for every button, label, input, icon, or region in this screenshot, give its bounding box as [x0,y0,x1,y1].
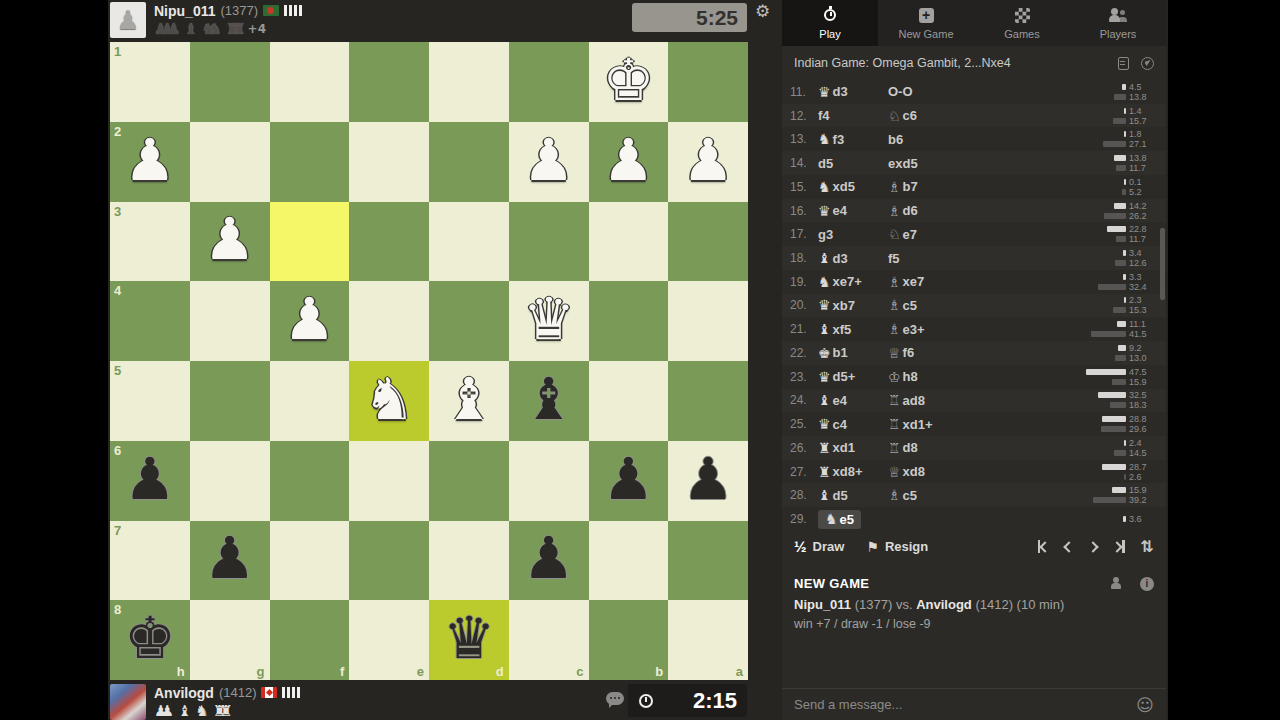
w-time-bar [1098,392,1126,398]
chess-board[interactable]: 1♚2♟♟♟♟3♟4♟♛5♞♝♝6♟♟♟7♟♟8h♚gfed♛cba [110,42,748,680]
black-move[interactable]: ♗c5 [888,298,978,313]
move-row-15[interactable]: 15.♞xd5♗b70.15.2 [782,175,1166,199]
move-row-23[interactable]: 23.♛d5+♔h847.515.9 [782,365,1166,389]
white-move[interactable]: ♛c4 [818,417,866,432]
time-seconds: 26.2 [1129,211,1152,221]
move-number: 13. [790,132,818,146]
time-seconds: 27.1 [1129,139,1152,149]
time-seconds: 41.5 [1129,329,1152,339]
file-label: d [496,664,504,679]
move-times: 32.518.3 [1098,391,1166,409]
black-move[interactable]: b6 [888,132,978,147]
white-move[interactable]: ♞xe7+ [818,274,866,289]
move-number: 15. [790,180,818,194]
square-h5[interactable]: 5 [110,361,190,441]
move-text: d5 [818,156,833,171]
move-number: 26. [790,441,818,455]
w-q-move-icon: ♛ [818,417,831,431]
b-time-bar [1113,118,1126,124]
white-move[interactable]: g3 [818,227,866,242]
white-king-b1[interactable]: ♚ [602,51,654,109]
b-time-bar [1116,236,1126,242]
move-number: 16. [790,204,818,218]
move-number: 29. [790,512,818,526]
players-icon [1108,8,1128,22]
black-player-name: Anvilogd [916,597,972,612]
w-time-bar [1086,369,1126,375]
square-c8[interactable]: c [509,600,589,680]
move-number: 25. [790,417,818,431]
move-text: exd5 [888,156,918,171]
white-move[interactable]: ♞xd5 [818,179,866,194]
white-move[interactable]: f4 [818,108,866,123]
square-g1[interactable] [190,42,270,122]
b-b-move-icon: ♗ [888,204,901,218]
white-move[interactable]: ♛xb7 [818,298,866,313]
square-g5[interactable] [190,361,270,441]
white-move[interactable]: ♚b1 [818,345,866,360]
black-pawn-g7[interactable]: ♟ [204,529,256,587]
top-player-name[interactable]: Nipu_011 [154,3,215,19]
opening-book-icon[interactable] [1118,57,1129,70]
square-c1[interactable] [509,42,589,122]
next-move-button[interactable] [1089,543,1097,551]
square-a8[interactable]: a [668,600,748,680]
time-seconds: 13.8 [1129,92,1152,102]
black-move[interactable]: ♕f6 [888,345,978,360]
square-f6[interactable] [270,441,350,521]
move-row-14[interactable]: 14.d5exd513.811.7 [782,151,1166,175]
move-number: 22. [790,346,818,360]
move-text: xd8 [903,464,925,479]
rank-label: 6 [114,443,121,458]
move-number: 27. [790,465,818,479]
white-pawn-f4[interactable]: ♟ [283,290,335,348]
b-r-move-icon: ♖ [888,417,901,431]
file-label: a [736,664,743,679]
games-grid-icon [1015,8,1030,23]
black-move[interactable]: ♕xd8 [888,464,978,479]
game-controls: ½ Draw ⚑ Resign ⇅ [782,531,1166,562]
square-g8[interactable]: g [190,600,270,680]
bottom-player-rating: (1412) [219,685,257,700]
move-text: e4 [833,393,847,408]
square-a3[interactable] [668,202,748,282]
move-row-21[interactable]: 21.♝xf5♗e3+11.141.5 [782,317,1166,341]
square-c2[interactable]: ♟ [509,122,589,202]
movelist-scrollbar[interactable] [1160,228,1165,300]
square-f3[interactable] [270,202,350,282]
move-text: d3 [833,251,848,266]
white-pawn-g3[interactable]: ♟ [204,210,256,268]
black-move[interactable]: ♗c5 [888,488,978,503]
move-text: e7 [903,227,917,242]
square-e6[interactable] [349,441,429,521]
file-label: e [417,664,424,679]
b-time-bar [1122,189,1126,195]
captured-p-group: ♟♟ [154,702,178,720]
b-q-move-icon: ♕ [888,346,901,360]
move-text: d6 [903,203,918,218]
b-time-bar [1116,165,1126,171]
rank-label: 5 [114,363,121,378]
move-row-25[interactable]: 25.♛c4♖xd1+28.829.6 [782,412,1166,436]
square-h1[interactable]: 1 [110,42,190,122]
move-text: xb7 [833,298,855,313]
bottom-player-bar: Anvilogd (1412) ♟♟♝♞♜♜ 2:15 [110,682,750,720]
move-text: xd1+ [903,417,933,432]
square-b5[interactable] [589,361,669,441]
w-r-move-icon: ♜ [818,441,831,455]
b-b-move-icon: ♗ [888,488,901,502]
square-d4[interactable] [429,281,509,361]
b-r-move-icon: ♖ [888,393,901,407]
w-b-move-icon: ♝ [818,488,831,502]
time-seconds: 3.6 [1129,514,1152,524]
square-c3[interactable] [509,202,589,282]
white-queen-c4[interactable]: ♛ [523,290,575,348]
black-move[interactable]: ♗e3+ [888,322,978,337]
b-k-move-icon: ♔ [888,370,901,384]
square-d6[interactable] [429,441,509,521]
black-move[interactable]: ♗xe7 [888,274,978,289]
move-text: d3 [833,84,848,99]
square-c7[interactable]: ♟ [509,521,589,601]
b-time-bar [1115,260,1126,266]
move-times: 28.72.6 [1102,463,1166,481]
time-seconds: 2.4 [1129,438,1152,448]
square-g2[interactable] [190,122,270,202]
move-times: 3.332.4 [1098,273,1166,291]
connection-signal-icon [284,5,302,16]
square-f1[interactable] [270,42,350,122]
top-player-avatar[interactable]: ♟ [110,2,146,38]
white-move[interactable]: ♛d3 [818,84,866,99]
white-move[interactable]: ♞f3 [818,132,866,147]
panel-tabs: Play+New GameGamesPlayers [782,0,1166,46]
captured-n-group: ♞ [195,702,212,720]
w-b-move-icon: ♝ [818,251,831,265]
square-f4[interactable]: ♟ [270,281,350,361]
tab-players[interactable]: Players [1070,0,1166,46]
side-panel: Play+New GameGamesPlayers Indian Game: O… [782,0,1166,720]
black-move[interactable]: ♘c6 [888,108,978,123]
w-q-move-icon: ♛ [818,85,831,99]
w-q-move-icon: ♛ [818,298,831,312]
square-a1[interactable] [668,42,748,122]
move-row-13[interactable]: 13.♞f3b61.827.1 [782,127,1166,151]
w-q-move-icon: ♛ [818,370,831,384]
move-number: 21. [790,322,818,336]
add-friend-icon[interactable] [1109,577,1124,590]
new-game-title: NEW GAME [794,576,869,591]
square-d3[interactable] [429,202,509,282]
white-move[interactable]: ♜xd8+ [818,464,866,479]
black-move[interactable]: ♗b7 [888,179,978,194]
white-move[interactable]: ♛e4 [818,203,866,218]
white-move[interactable]: ♛d5+ [818,369,866,384]
move-row-24[interactable]: 24.♝e4♖ad832.518.3 [782,389,1166,413]
square-b4[interactable] [589,281,669,361]
b-r-move-icon: ♖ [888,441,901,455]
square-h8[interactable]: 8h♚ [110,600,190,680]
black-move[interactable]: ♘e7 [888,227,978,242]
white-move[interactable]: ♜xd1 [818,440,866,455]
move-number: 19. [790,275,818,289]
b-n-move-icon: ♘ [888,109,901,123]
time-seconds: 11.1 [1129,319,1152,329]
move-row-28[interactable]: 28.♝d5♗c515.939.2 [782,483,1166,507]
w-n-move-icon: ♞ [818,132,831,146]
move-row-12[interactable]: 12.f4♘c61.415.7 [782,104,1166,128]
move-text: xe7 [903,274,925,289]
emoji-smiley-icon[interactable]: ☺ [1136,695,1154,715]
new-game-section: NEW GAME i Nipu_011 (1377) vs. Anvilogd … [782,568,1166,631]
move-row-22[interactable]: 22.♚b1♕f69.213.0 [782,341,1166,365]
move-text: ad8 [903,393,925,408]
move-times: 28.829.6 [1101,415,1166,433]
square-d5[interactable]: ♝ [429,361,509,441]
move-row-19[interactable]: 19.♞xe7+♗xe73.332.4 [782,270,1166,294]
move-row-11[interactable]: 11.♛d3O-O4.513.8 [782,80,1166,104]
move-text: xd1 [833,440,855,455]
top-player-rating: (1377) [220,3,258,18]
move-text: b7 [903,179,918,194]
move-text: O-O [888,84,913,99]
tab-play[interactable]: Play [782,0,878,46]
move-text: c5 [903,298,917,313]
bottom-player-avatar[interactable] [110,684,146,720]
square-e1[interactable] [349,42,429,122]
black-pawn-a6[interactable]: ♟ [682,450,734,508]
move-row-20[interactable]: 20.♛xb7♗c52.315.3 [782,294,1166,318]
black-pawn-h6[interactable]: ♟ [124,450,176,508]
b-b-move-icon: ♗ [888,298,901,312]
square-h4[interactable]: 4 [110,281,190,361]
tab-new-game[interactable]: +New Game [878,0,974,46]
b-b-move-icon: ♗ [888,275,901,289]
tab-label: Players [1100,28,1137,40]
square-d2[interactable] [429,122,509,202]
square-c5[interactable]: ♝ [509,361,589,441]
white-bishop-d5[interactable]: ♝ [443,370,495,428]
time-seconds: 29.6 [1129,424,1152,434]
black-move[interactable]: f5 [888,251,978,266]
rank-label: 3 [114,204,121,219]
tab-games[interactable]: Games [974,0,1070,46]
square-a5[interactable] [668,361,748,441]
black-bishop-c5[interactable]: ♝ [523,370,575,428]
captured-n-group: ♞♞ [202,20,226,38]
move-number: 23. [790,370,818,384]
move-times: 0.15.2 [1122,178,1166,196]
w-time-bar [1123,250,1126,256]
white-knight-e5[interactable]: ♞ [363,370,415,428]
b-time-bar [1098,284,1126,290]
rank-label: 4 [114,283,121,298]
tab-label: Play [819,28,840,40]
time-seconds: 11.7 [1129,234,1152,244]
time-seconds: 3.4 [1129,248,1152,258]
square-g3[interactable]: ♟ [190,202,270,282]
settings-gear-icon[interactable]: ⚙ [755,1,770,21]
black-move[interactable]: O-O [888,84,978,99]
w-time-bar [1117,321,1126,327]
w-n-move-icon: ♞ [825,512,838,526]
square-a4[interactable] [668,281,748,361]
explorer-compass-icon[interactable] [1141,57,1154,70]
move-row-27[interactable]: 27.♜xd8+♕xd828.72.6 [782,460,1166,484]
square-g4[interactable] [190,281,270,361]
bottom-captured-pieces-tray: ♟♟♝♞♜♜ [154,703,300,719]
square-e8[interactable]: e [349,600,429,680]
square-d8[interactable]: d♛ [429,600,509,680]
square-b8[interactable]: b [589,600,669,680]
time-seconds: 32.5 [1129,390,1152,400]
black-move[interactable]: ♖xd1+ [888,417,978,432]
black-move[interactable]: ♖d8 [888,440,978,455]
bottom-player-name[interactable]: Anvilogd [154,685,214,701]
square-e4[interactable] [349,281,429,361]
square-b6[interactable]: ♟ [589,441,669,521]
white-pawn-b2[interactable]: ♟ [602,131,654,189]
square-e2[interactable] [349,122,429,202]
move-text: xf5 [833,322,852,337]
w-time-bar [1124,179,1126,185]
move-text: xd8+ [833,464,863,479]
square-d1[interactable] [429,42,509,122]
opening-row: Indian Game: Omega Gambit, 2...Nxe4 [782,46,1166,80]
plus-icon: + [919,8,934,23]
w-n-move-icon: ♞ [818,180,831,194]
square-e5[interactable]: ♞ [349,361,429,441]
chat-input[interactable]: Send a message... ☺ [782,688,1166,720]
move-row-29[interactable]: 29.♞e53.6 [782,507,1166,531]
black-pawn-c7[interactable]: ♟ [523,529,575,587]
move-row-18[interactable]: 18.♝d3f53.412.6 [782,246,1166,270]
square-h2[interactable]: 2♟ [110,122,190,202]
time-seconds: 47.5 [1129,367,1152,377]
square-h3[interactable]: 3 [110,202,190,282]
white-move[interactable]: ♝d5 [818,488,866,503]
square-a6[interactable]: ♟ [668,441,748,521]
move-number: 12. [790,109,818,123]
square-f5[interactable] [270,361,350,441]
time-seconds: 12.6 [1129,258,1152,268]
black-pawn-b6[interactable]: ♟ [602,450,654,508]
square-b1[interactable]: ♚ [589,42,669,122]
move-text: e5 [840,512,854,527]
move-row-26[interactable]: 26.♜xd1♖d82.414.5 [782,436,1166,460]
square-e7[interactable] [349,521,429,601]
square-c6[interactable] [509,441,589,521]
move-row-17[interactable]: 17.g3♘e722.811.7 [782,222,1166,246]
draw-button[interactable]: ½ Draw [794,538,844,555]
square-g6[interactable] [190,441,270,521]
black-queen-d8[interactable]: ♛ [443,609,495,667]
b-b-move-icon: ♗ [888,180,901,194]
black-move[interactable]: exd5 [888,156,978,171]
square-e3[interactable] [349,202,429,282]
flip-board-icon[interactable]: ⇅ [1141,537,1154,556]
move-times: 1.827.1 [1103,130,1166,148]
move-row-16[interactable]: 16.♛e4♗d614.226.2 [782,199,1166,223]
square-b3[interactable] [589,202,669,282]
bottom-clock-time: 2:15 [693,688,747,714]
move-text: f6 [903,345,915,360]
move-text: xd5 [833,179,855,194]
previous-move-button[interactable] [1065,543,1073,551]
white-move[interactable]: ♝d3 [818,251,866,266]
white-pawn-h2[interactable]: ♟ [124,131,176,189]
running-clock-icon [639,694,653,708]
white-move[interactable]: ♞e5 [818,510,866,529]
time-seconds: 11.7 [1129,163,1152,173]
black-move[interactable]: ♖ad8 [888,393,978,408]
info-icon[interactable]: i [1140,577,1154,591]
move-text: xe7+ [833,274,862,289]
white-pawn-c2[interactable]: ♟ [523,131,575,189]
square-h7[interactable]: 7 [110,521,190,601]
move-times: 3.412.6 [1115,249,1166,267]
move-times: 3.6 [1123,515,1166,523]
move-text: d8 [903,440,918,455]
b-q-move-icon: ♕ [888,465,901,479]
white-move[interactable]: d5 [818,156,866,171]
move-times: 4.513.8 [1114,83,1166,101]
white-pawn-a2[interactable]: ♟ [682,131,734,189]
square-a7[interactable] [668,521,748,601]
rank-label: 8 [114,602,121,617]
square-f2[interactable] [270,122,350,202]
b-time-bar [1103,141,1126,147]
time-seconds: 2.3 [1129,295,1152,305]
w-time-bar [1124,297,1126,303]
matchup-line: Nipu_011 (1377) vs. Anvilogd (1412) (10 … [794,597,1154,612]
go-to-end-button[interactable] [1113,540,1125,553]
white-move[interactable]: ♝xf5 [818,322,866,337]
square-b7[interactable] [589,521,669,601]
b-time-bar [1091,331,1126,337]
time-seconds: 32.4 [1129,282,1152,292]
time-seconds: 28.7 [1129,462,1152,472]
square-h6[interactable]: 6♟ [110,441,190,521]
square-f7[interactable] [270,521,350,601]
square-c4[interactable]: ♛ [509,281,589,361]
move-text: h8 [903,369,918,384]
square-a2[interactable]: ♟ [668,122,748,202]
square-b2[interactable]: ♟ [589,122,669,202]
black-king-h8[interactable]: ♚ [124,609,176,667]
move-text: g3 [818,227,833,242]
black-move[interactable]: ♗d6 [888,203,978,218]
chat-bubble-icon[interactable] [606,692,624,705]
w-n-move-icon: ♞ [818,275,831,289]
white-move[interactable]: ♝e4 [818,393,866,408]
move-text: b6 [888,132,903,147]
resign-button[interactable]: ⚑ Resign [866,539,928,555]
b-time-bar [1115,355,1126,361]
b-time-bar [1112,379,1126,385]
move-times: 11.141.5 [1091,320,1166,338]
go-to-start-button[interactable] [1038,540,1050,553]
square-f8[interactable]: f [270,600,350,680]
time-seconds: 3.3 [1129,272,1152,282]
square-d7[interactable] [429,521,509,601]
stopwatch-icon [824,9,836,21]
square-g7[interactable]: ♟ [190,521,270,601]
black-move[interactable]: ♔h8 [888,369,978,384]
